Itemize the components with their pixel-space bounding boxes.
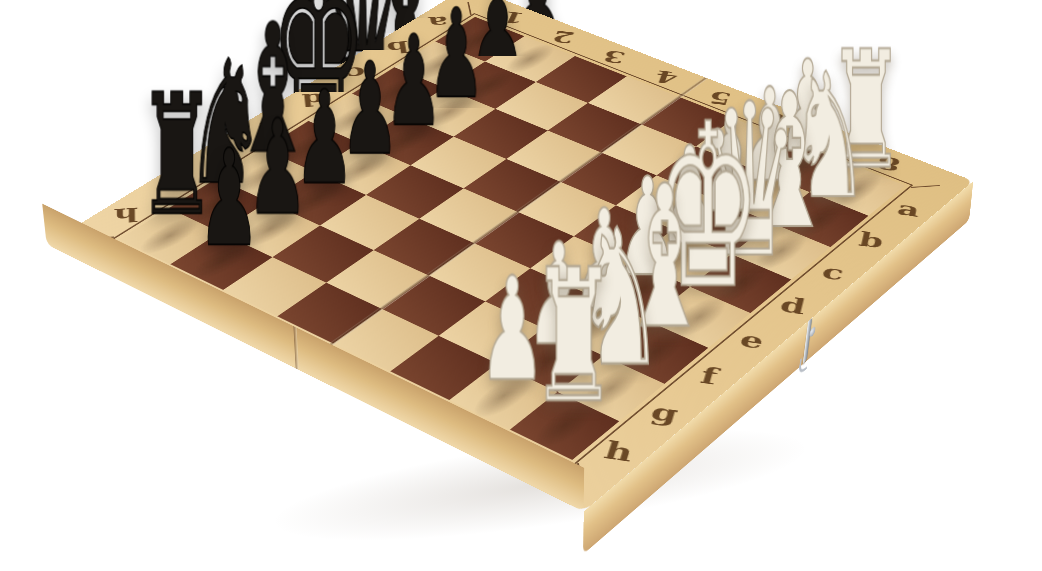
- piece-white-rook[interactable]: ♜: [460, 246, 686, 430]
- photo-background: { "game": { "name": "chess", "descriptio…: [0, 0, 1042, 571]
- piece-black-pawn[interactable]: ♟: [125, 131, 333, 264]
- metal-clasp-icon[interactable]: [798, 316, 816, 374]
- scene: 1234567812345678hgfedcbahgfedcba♜♞♝♚♛♝♞♜…: [0, 0, 1042, 571]
- hinge-seam-side: [293, 326, 298, 370]
- clasp-hook-foot: [798, 353, 809, 375]
